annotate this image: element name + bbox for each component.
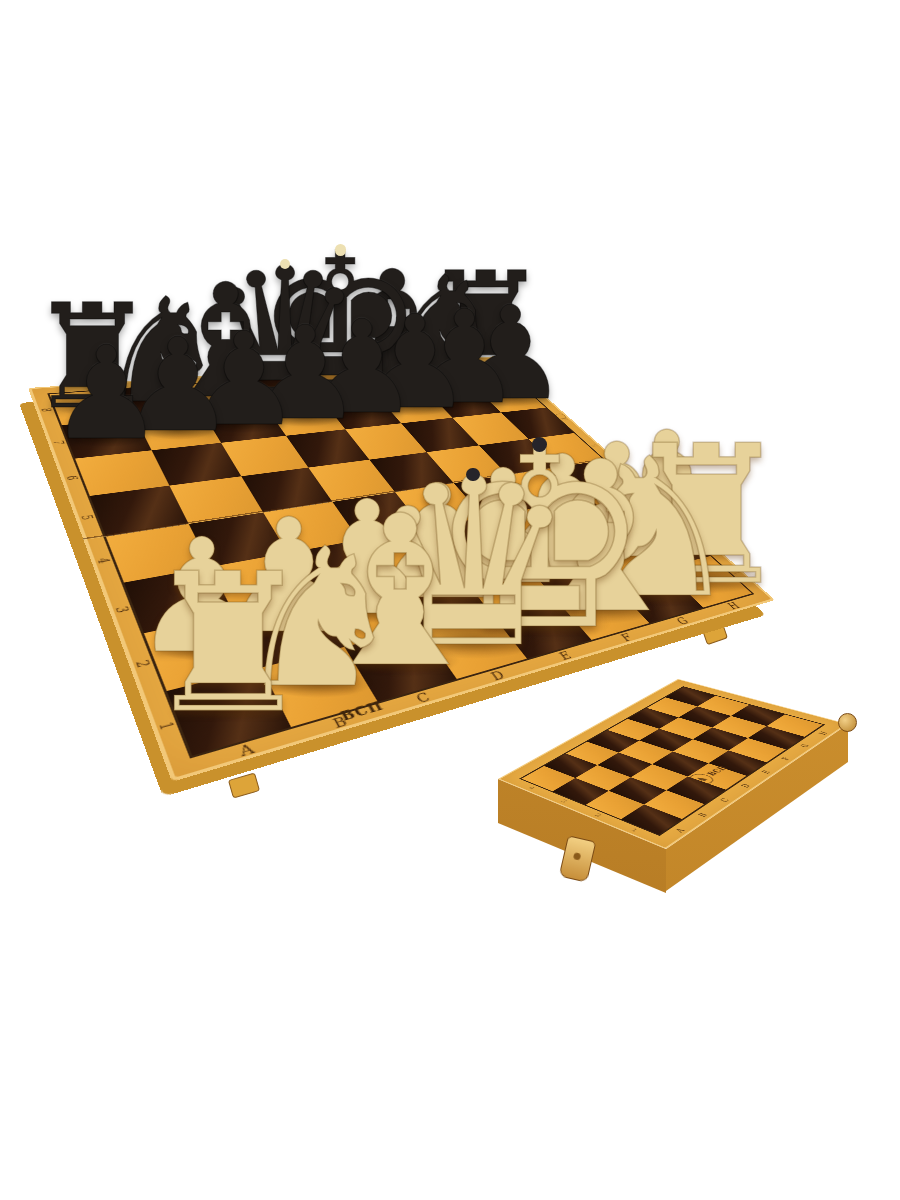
board-foot-left xyxy=(228,773,260,799)
king-queen-finial-icon xyxy=(335,244,346,255)
king-queen-finial-icon xyxy=(280,259,291,270)
box-hinge-knob xyxy=(838,713,857,732)
product-photo-stage: ABCDEFGH 87654321 87654321 ВСП ABCDEFGH … xyxy=(0,0,900,1200)
clasp-pin-icon xyxy=(573,852,581,860)
